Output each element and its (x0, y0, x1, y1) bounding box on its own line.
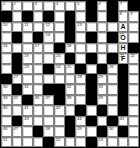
white-cell[interactable] (22, 32, 33, 42)
white-cell[interactable] (128, 74, 139, 84)
white-cell[interactable] (43, 74, 54, 84)
clue-number: 52 (56, 138, 60, 142)
black-cell (118, 95, 129, 105)
white-cell[interactable] (86, 43, 97, 53)
clue-number: 3 (35, 2, 37, 6)
white-cell[interactable] (107, 95, 118, 105)
white-cell[interactable]: 49 (75, 126, 86, 136)
white-cell[interactable] (12, 22, 23, 32)
clue-number: 6 (99, 2, 101, 6)
white-cell[interactable] (1, 32, 12, 42)
clue-number: 13 (77, 23, 81, 27)
white-cell[interactable] (22, 137, 33, 147)
white-cell[interactable] (128, 64, 139, 74)
clue-number: 48 (45, 127, 49, 131)
black-cell (118, 105, 129, 115)
clue-number: 47 (14, 127, 18, 131)
black-cell (54, 84, 65, 94)
white-cell[interactable] (128, 84, 139, 94)
white-cell[interactable] (75, 32, 86, 42)
black-cell (107, 53, 118, 63)
clue-number: 32 (67, 85, 71, 89)
white-cell[interactable] (107, 137, 118, 147)
white-cell[interactable] (107, 105, 118, 115)
black-cell (86, 74, 97, 84)
clue-number: 2 (14, 2, 16, 6)
white-cell[interactable] (128, 116, 139, 126)
white-cell[interactable] (43, 105, 54, 115)
white-cell[interactable]: 23 (22, 64, 33, 74)
clue-number: 53 (99, 138, 103, 142)
white-cell[interactable] (128, 126, 139, 136)
white-cell[interactable]: 52 (54, 137, 65, 147)
clue-number: 5 (77, 2, 79, 6)
white-cell[interactable]: 16 (1, 43, 12, 53)
white-cell[interactable]: 42 (54, 105, 65, 115)
clue-number: 33 (99, 85, 103, 89)
clue-number: 17 (35, 44, 39, 48)
white-cell[interactable] (22, 74, 33, 84)
white-cell[interactable] (33, 105, 44, 115)
white-cell[interactable] (54, 11, 65, 21)
white-cell[interactable]: 13 (75, 22, 86, 32)
black-cell (43, 64, 54, 74)
white-cell[interactable] (54, 32, 65, 42)
white-cell[interactable] (128, 95, 139, 105)
clue-number: 37 (45, 96, 49, 100)
white-cell[interactable]: 28 (75, 74, 86, 84)
black-cell (86, 1, 97, 11)
black-cell (1, 11, 12, 21)
clue-number: 1 (3, 2, 5, 6)
white-cell[interactable] (97, 11, 108, 21)
white-cell[interactable]: 27 (12, 74, 23, 84)
white-cell[interactable] (12, 105, 23, 115)
entered-letter: O (119, 34, 128, 42)
white-cell[interactable] (54, 116, 65, 126)
white-cell[interactable] (75, 84, 86, 94)
crossword-board: 12345678910111213A1415O161718H192021F222… (0, 0, 140, 148)
clue-number: 16 (3, 44, 7, 48)
white-cell[interactable]: 44 (75, 116, 86, 126)
clue-number: 29 (99, 75, 103, 79)
black-cell (43, 84, 54, 94)
white-cell[interactable] (12, 43, 23, 53)
white-cell[interactable] (33, 116, 44, 126)
white-cell[interactable] (65, 1, 76, 11)
white-cell[interactable]: 4 (54, 1, 65, 11)
black-cell (22, 11, 33, 21)
entered-letter: A (119, 23, 128, 31)
white-cell[interactable] (33, 64, 44, 74)
clue-number: 12 (45, 23, 49, 27)
black-cell (118, 84, 129, 94)
black-cell (65, 32, 76, 42)
white-cell[interactable] (43, 116, 54, 126)
white-cell[interactable]: 19 (22, 53, 33, 63)
black-cell (65, 53, 76, 63)
black-cell (1, 74, 12, 84)
white-cell[interactable]: 22 (128, 53, 139, 63)
white-cell[interactable]: 50 (107, 126, 118, 136)
entered-letter: H (119, 44, 128, 52)
white-cell[interactable]: 43 (22, 116, 33, 126)
clue-number: 40 (3, 106, 7, 110)
black-cell (12, 32, 23, 42)
white-cell[interactable] (43, 53, 54, 63)
clue-number: 27 (14, 75, 18, 79)
clue-number: 36 (35, 96, 39, 100)
white-cell[interactable]: 37 (43, 95, 54, 105)
white-cell[interactable] (33, 74, 44, 84)
white-cell[interactable]: 40 (1, 105, 12, 115)
white-cell[interactable]: H (118, 43, 129, 53)
black-cell (65, 116, 76, 126)
white-cell[interactable]: 34 (1, 95, 12, 105)
black-cell (107, 32, 118, 42)
white-cell[interactable] (128, 32, 139, 42)
clue-number: 7 (120, 2, 122, 6)
white-cell[interactable] (33, 137, 44, 147)
white-cell[interactable]: 15O (118, 32, 129, 42)
clue-number: 18 (67, 44, 71, 48)
black-cell (86, 32, 97, 42)
clue-number: 23 (24, 65, 28, 69)
clue-number: 9 (130, 12, 132, 16)
black-cell (12, 116, 23, 126)
clue-number: 35 (14, 96, 18, 100)
white-cell[interactable] (43, 1, 54, 11)
white-cell[interactable] (54, 74, 65, 84)
entered-letter: F (119, 55, 128, 63)
white-cell[interactable]: 6 (97, 1, 108, 11)
clue-number: 30 (3, 85, 7, 89)
clue-number: 22 (130, 54, 134, 58)
white-cell[interactable] (33, 84, 44, 94)
white-cell[interactable]: 3 (33, 1, 44, 11)
white-cell[interactable]: 46 (1, 126, 12, 136)
white-cell[interactable] (75, 95, 86, 105)
white-cell[interactable] (97, 32, 108, 42)
white-cell[interactable] (86, 64, 97, 74)
black-cell (86, 95, 97, 105)
white-cell[interactable] (65, 137, 76, 147)
white-cell[interactable] (33, 22, 44, 32)
white-cell[interactable] (54, 22, 65, 32)
white-cell[interactable]: 33 (97, 84, 108, 94)
clue-number: 14 (45, 33, 49, 37)
black-cell (75, 105, 86, 115)
white-cell[interactable] (128, 22, 139, 32)
black-cell (65, 126, 76, 136)
white-cell[interactable]: 18 (65, 43, 76, 53)
white-cell[interactable] (86, 22, 97, 32)
white-cell[interactable]: 25 (65, 64, 76, 74)
black-cell (97, 64, 108, 74)
white-cell[interactable] (118, 137, 129, 147)
white-cell[interactable]: 9 (128, 11, 139, 21)
clue-number: 24 (56, 65, 60, 69)
black-cell (12, 84, 23, 94)
clue-number: 31 (24, 85, 28, 89)
white-cell[interactable]: 8 (118, 11, 129, 21)
white-cell[interactable]: 51 (1, 137, 12, 147)
black-cell (22, 95, 33, 105)
white-cell[interactable] (107, 84, 118, 94)
black-cell (107, 11, 118, 21)
clue-number: 39 (99, 96, 103, 100)
white-cell[interactable]: 11 (22, 22, 33, 32)
black-cell (65, 22, 76, 32)
white-cell[interactable] (33, 53, 44, 63)
white-cell[interactable] (43, 43, 54, 53)
white-cell[interactable] (75, 43, 86, 53)
white-cell[interactable] (97, 43, 108, 53)
white-cell[interactable] (12, 137, 23, 147)
clue-number: 42 (56, 106, 60, 110)
white-cell[interactable]: 41 (22, 105, 33, 115)
white-cell[interactable]: A (118, 22, 129, 32)
clue-number: 51 (3, 138, 7, 142)
black-cell (107, 116, 118, 126)
white-cell[interactable]: 30 (1, 84, 12, 94)
clue-number: 4 (56, 2, 58, 6)
black-cell (86, 11, 97, 21)
black-cell (12, 64, 23, 74)
clue-number: 44 (77, 117, 81, 121)
white-cell[interactable] (128, 137, 139, 147)
white-cell[interactable] (1, 64, 12, 74)
white-cell[interactable]: 47 (12, 126, 23, 136)
black-cell (86, 137, 97, 147)
black-cell (128, 1, 139, 11)
white-cell[interactable]: 48 (43, 126, 54, 136)
black-cell (54, 95, 65, 105)
black-cell (97, 126, 108, 136)
white-cell[interactable]: 2 (12, 1, 23, 11)
clue-number: 45 (120, 117, 124, 121)
black-cell (33, 32, 44, 42)
white-cell[interactable] (107, 74, 118, 84)
white-cell[interactable] (97, 116, 108, 126)
black-cell (97, 105, 108, 115)
clue-number: 25 (67, 65, 71, 69)
white-cell[interactable]: 45 (118, 116, 129, 126)
clue-number: 10 (3, 23, 7, 27)
white-cell[interactable]: 12 (43, 22, 54, 32)
white-cell[interactable]: 29 (97, 74, 108, 84)
black-cell (43, 11, 54, 21)
black-cell (75, 64, 86, 74)
black-cell (118, 126, 129, 136)
clue-number: 49 (77, 127, 81, 131)
clue-number: 20 (56, 54, 60, 58)
black-cell (86, 84, 97, 94)
clue-number: 28 (77, 75, 81, 79)
white-cell[interactable] (65, 74, 76, 84)
white-cell[interactable] (97, 53, 108, 63)
black-cell (12, 53, 23, 63)
black-cell (54, 43, 65, 53)
white-cell[interactable] (22, 43, 33, 53)
white-cell[interactable]: 20 (54, 53, 65, 63)
white-cell[interactable] (22, 126, 33, 136)
white-cell[interactable] (12, 11, 23, 21)
white-cell[interactable]: 36 (33, 95, 44, 105)
clue-number: 11 (24, 23, 28, 27)
white-cell[interactable]: 17 (33, 43, 44, 53)
clue-number: 26 (109, 65, 113, 69)
white-cell[interactable] (97, 22, 108, 32)
white-cell[interactable]: 1 (1, 1, 12, 11)
black-cell (107, 1, 118, 11)
white-cell[interactable] (1, 116, 12, 126)
white-cell[interactable] (75, 53, 86, 63)
black-cell (128, 43, 139, 53)
white-cell[interactable] (1, 53, 12, 63)
clue-number: 43 (24, 117, 28, 121)
white-cell[interactable]: 32 (65, 84, 76, 94)
white-cell[interactable]: 7 (118, 1, 129, 11)
white-cell[interactable] (86, 105, 97, 115)
white-cell[interactable]: 10 (1, 22, 12, 32)
white-cell[interactable] (33, 11, 44, 21)
white-cell[interactable]: 5 (75, 1, 86, 11)
black-cell (43, 137, 54, 147)
black-cell (118, 64, 129, 74)
white-cell[interactable] (75, 11, 86, 21)
clue-number: 38 (67, 96, 71, 100)
black-cell (86, 53, 97, 63)
black-cell (65, 11, 76, 21)
clue-number: 19 (24, 54, 28, 58)
clue-number: 34 (3, 96, 7, 100)
white-cell[interactable]: 38 (65, 95, 76, 105)
white-cell[interactable] (65, 105, 76, 115)
white-cell[interactable] (107, 22, 118, 32)
clue-number: 50 (109, 127, 113, 131)
clue-number: 8 (120, 12, 122, 16)
white-cell[interactable]: 35 (12, 95, 23, 105)
white-cell[interactable] (75, 137, 86, 147)
white-cell[interactable]: 31 (22, 84, 33, 94)
white-cell[interactable]: 21F (118, 53, 129, 63)
black-cell (33, 126, 44, 136)
black-cell (86, 116, 97, 126)
white-cell[interactable] (22, 1, 33, 11)
white-cell[interactable] (54, 126, 65, 136)
white-cell[interactable]: 26 (107, 64, 118, 74)
white-cell[interactable] (107, 43, 118, 53)
white-cell[interactable]: 14 (43, 32, 54, 42)
black-cell (118, 74, 129, 84)
white-cell[interactable] (128, 105, 139, 115)
white-cell[interactable]: 53 (97, 137, 108, 147)
clue-number: 46 (3, 127, 7, 131)
white-cell[interactable] (86, 126, 97, 136)
white-cell[interactable]: 24 (54, 64, 65, 74)
clue-number: 41 (24, 106, 28, 110)
white-cell[interactable]: 39 (97, 95, 108, 105)
